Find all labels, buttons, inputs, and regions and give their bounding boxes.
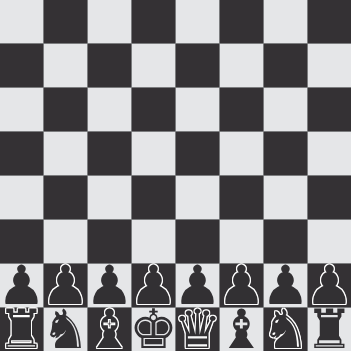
square-r1c6-dark[interactable] [264,44,307,87]
square-r2c4-light[interactable] [176,88,219,131]
square-r3c4-dark[interactable] [176,132,219,175]
square-r1c7-light[interactable] [308,44,351,87]
piece-black-pawn-icon[interactable]: ♟ [85,264,133,307]
square-r3c0-dark[interactable] [0,132,43,175]
square-r5c1-light[interactable] [44,220,87,263]
square-r7c4-dark[interactable]: ♛ [176,308,219,351]
square-r4c3-dark[interactable] [132,176,175,219]
piece-black-pawn-icon[interactable]: ♟ [173,264,221,307]
piece-black-rook-icon[interactable]: ♜ [0,308,46,351]
square-r6c4-light[interactable]: ♟ [176,264,219,307]
square-r3c3-light[interactable] [132,132,175,175]
square-r5c2-dark[interactable] [88,220,131,263]
square-r5c4-dark[interactable] [176,220,219,263]
square-r2c7-dark[interactable] [308,88,351,131]
square-r4c5-dark[interactable] [220,176,263,219]
square-r0c6-light[interactable] [264,0,307,43]
square-r7c2-dark[interactable]: ♝ [88,308,131,351]
square-r4c4-light[interactable] [176,176,219,219]
square-r0c5-dark[interactable] [220,0,263,43]
piece-black-queen-icon[interactable]: ♛ [173,308,221,351]
square-r4c1-dark[interactable] [44,176,87,219]
square-r7c3-light[interactable]: ♚ [132,308,175,351]
square-r5c6-dark[interactable] [264,220,307,263]
square-r6c0-light[interactable]: ♟ [0,264,43,307]
square-r5c7-light[interactable] [308,220,351,263]
piece-black-king-icon[interactable]: ♚ [129,308,177,351]
square-r1c3-light[interactable] [132,44,175,87]
square-r4c2-light[interactable] [88,176,131,219]
square-r6c2-light[interactable]: ♟ [88,264,131,307]
square-r2c6-light[interactable] [264,88,307,131]
piece-black-pawn-icon[interactable]: ♟ [129,264,177,307]
piece-black-pawn-icon[interactable]: ♟ [0,264,46,307]
square-r6c5-dark[interactable]: ♟ [220,264,263,307]
square-r1c2-dark[interactable] [88,44,131,87]
piece-black-bishop-icon[interactable]: ♝ [217,308,265,351]
piece-black-bishop-icon[interactable]: ♝ [85,308,133,351]
square-r0c0-light[interactable] [0,0,43,43]
square-r6c6-light[interactable]: ♟ [264,264,307,307]
square-r3c2-dark[interactable] [88,132,131,175]
square-r2c0-light[interactable] [0,88,43,131]
piece-black-pawn-icon[interactable]: ♟ [41,264,89,307]
square-r5c3-light[interactable] [132,220,175,263]
piece-black-pawn-icon[interactable]: ♟ [305,264,351,307]
piece-black-pawn-icon[interactable]: ♟ [261,264,309,307]
square-r0c2-light[interactable] [88,0,131,43]
square-r7c0-dark[interactable]: ♜ [0,308,43,351]
square-r2c5-dark[interactable] [220,88,263,131]
square-r2c1-dark[interactable] [44,88,87,131]
square-r7c7-light[interactable]: ♜ [308,308,351,351]
square-r4c7-dark[interactable] [308,176,351,219]
piece-black-pawn-icon[interactable]: ♟ [217,264,265,307]
square-r0c1-dark[interactable] [44,0,87,43]
square-r1c4-dark[interactable] [176,44,219,87]
square-r7c5-light[interactable]: ♝ [220,308,263,351]
square-r6c1-dark[interactable]: ♟ [44,264,87,307]
square-r0c3-dark[interactable] [132,0,175,43]
square-r4c0-light[interactable] [0,176,43,219]
square-r7c6-dark[interactable]: ♞ [264,308,307,351]
square-r2c3-dark[interactable] [132,88,175,131]
square-r4c6-light[interactable] [264,176,307,219]
piece-black-rook-icon[interactable]: ♜ [305,308,351,351]
chess-board: ♟♟♟♟♟♟♟♟♜♞♝♚♛♝♞♜ [0,0,351,351]
square-r1c5-light[interactable] [220,44,263,87]
square-r0c7-dark[interactable] [308,0,351,43]
square-r6c7-dark[interactable]: ♟ [308,264,351,307]
square-r3c6-dark[interactable] [264,132,307,175]
piece-black-knight-icon[interactable]: ♞ [261,308,309,351]
square-r3c5-light[interactable] [220,132,263,175]
square-r1c1-light[interactable] [44,44,87,87]
screenshot-stage: ♟♟♟♟♟♟♟♟♜♞♝♚♛♝♞♜ [0,0,351,351]
square-r5c5-light[interactable] [220,220,263,263]
square-r3c7-light[interactable] [308,132,351,175]
square-r7c1-light[interactable]: ♞ [44,308,87,351]
square-r0c4-light[interactable] [176,0,219,43]
square-r6c3-dark[interactable]: ♟ [132,264,175,307]
piece-black-knight-icon[interactable]: ♞ [41,308,89,351]
square-r3c1-light[interactable] [44,132,87,175]
square-r1c0-dark[interactable] [0,44,43,87]
square-r5c0-dark[interactable] [0,220,43,263]
square-r2c2-light[interactable] [88,88,131,131]
